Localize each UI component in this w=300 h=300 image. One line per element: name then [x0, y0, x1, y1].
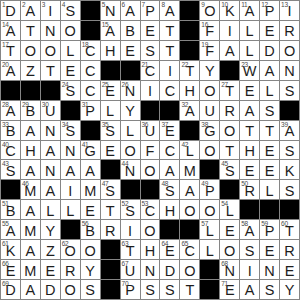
- cell-r2c3[interactable]: N: [41, 21, 61, 41]
- solution-letter: M: [24, 264, 36, 280]
- cell-r10c11[interactable]: 49P: [200, 180, 220, 200]
- clue-number: 36: [142, 121, 149, 128]
- cell-r15c2[interactable]: A: [21, 280, 41, 300]
- cell-r5c7[interactable]: 26N: [121, 81, 141, 101]
- block-cell-r5c1: [1, 81, 21, 101]
- cell-r5c8[interactable]: I: [141, 81, 161, 101]
- cell-r3c13[interactable]: L: [240, 41, 260, 61]
- cell-r12c11[interactable]: 57L: [200, 220, 220, 240]
- cell-r5c13[interactable]: E: [240, 81, 260, 101]
- cell-r14c7[interactable]: 67U: [121, 260, 141, 280]
- cell-r7c2[interactable]: A: [21, 121, 41, 141]
- cell-r10c4[interactable]: I: [61, 180, 81, 200]
- cell-r7c3[interactable]: N: [41, 121, 61, 141]
- cell-r15c5[interactable]: S: [81, 280, 101, 300]
- cell-r3c12[interactable]: A: [220, 41, 240, 61]
- cell-r9c4[interactable]: A: [61, 160, 81, 180]
- cell-r6c6[interactable]: L: [101, 101, 121, 121]
- clue-number: 7: [142, 1, 145, 8]
- cell-r4c13[interactable]: 23W: [240, 61, 260, 81]
- cell-r12c13[interactable]: 58A: [240, 220, 260, 240]
- clue-number: 35: [102, 121, 109, 128]
- clue-number: 53: [142, 200, 149, 207]
- cell-r4c9[interactable]: I: [160, 61, 180, 81]
- cell-r1c7[interactable]: 6A: [121, 1, 141, 21]
- cell-r13c4[interactable]: 62O: [61, 240, 81, 260]
- cell-r10c10[interactable]: A: [180, 180, 200, 200]
- cell-r9c5[interactable]: A: [81, 160, 101, 180]
- solution-letter: N: [105, 4, 115, 20]
- cell-r2c9[interactable]: T: [160, 21, 180, 41]
- cell-r12c6[interactable]: R: [101, 220, 121, 240]
- solution-letter: A: [26, 124, 36, 140]
- cell-r6c13[interactable]: A: [240, 101, 260, 121]
- cell-r14c10[interactable]: O: [180, 260, 200, 280]
- solution-letter: I: [248, 264, 252, 280]
- cell-r15c7[interactable]: 70P: [121, 280, 141, 300]
- clue-number: 31: [82, 101, 89, 108]
- solution-letter: A: [165, 164, 175, 180]
- cell-r13c13[interactable]: S: [240, 240, 260, 260]
- cell-r6c2[interactable]: 29B: [21, 101, 41, 121]
- cell-r10c14[interactable]: L: [260, 180, 280, 200]
- clue-number: 48: [161, 180, 168, 187]
- cell-r3c15[interactable]: O: [280, 41, 300, 61]
- solution-letter: E: [45, 264, 55, 280]
- solution-letter: A: [265, 64, 275, 80]
- clue-number: 69: [2, 280, 9, 287]
- cell-r4c10[interactable]: 22T: [180, 61, 200, 81]
- cell-r13c7[interactable]: 63T: [121, 240, 141, 260]
- cell-r2c14[interactable]: E: [260, 21, 280, 41]
- clue-number: 10: [221, 1, 228, 8]
- solution-letter: H: [185, 84, 195, 100]
- solution-letter: O: [204, 204, 215, 220]
- cell-r3c5[interactable]: 18C: [81, 41, 101, 61]
- cell-r2c12[interactable]: I: [220, 21, 240, 41]
- cell-r6c1[interactable]: 28A: [1, 101, 21, 121]
- clue-number: 12: [261, 1, 268, 8]
- cell-r8c5[interactable]: 41G: [81, 141, 101, 161]
- block-cell-r6c8: [141, 101, 161, 121]
- cell-r13c8[interactable]: H: [141, 240, 161, 260]
- cell-r2c7[interactable]: B: [121, 21, 141, 41]
- cell-r1c11[interactable]: 9O: [200, 1, 220, 21]
- clue-number: 13: [281, 1, 288, 8]
- cell-r6c14[interactable]: S: [260, 101, 280, 121]
- cell-r2c15[interactable]: R: [280, 21, 300, 41]
- cell-r10c3[interactable]: A: [41, 180, 61, 200]
- cell-r8c3[interactable]: A: [41, 141, 61, 161]
- cell-r15c9[interactable]: S: [160, 280, 180, 300]
- cell-r9c15[interactable]: K: [280, 160, 300, 180]
- solution-letter: O: [85, 244, 96, 260]
- solution-letter: A: [185, 184, 195, 200]
- cell-r15c4[interactable]: O: [61, 280, 81, 300]
- cell-r15c13[interactable]: A: [240, 280, 260, 300]
- solution-letter: S: [285, 84, 295, 100]
- cell-r14c12[interactable]: 68N: [220, 260, 240, 280]
- block-cell-r11c14: [260, 200, 280, 220]
- solution-letter: L: [126, 124, 134, 140]
- clue-number: 11: [241, 1, 247, 8]
- clue-number: 52: [122, 200, 129, 207]
- solution-letter: H: [105, 44, 115, 60]
- solution-letter: R: [65, 264, 75, 280]
- cell-r4c11[interactable]: Y: [200, 61, 220, 81]
- cell-r7c12[interactable]: O: [220, 121, 240, 141]
- block-cell-r14c6: [101, 260, 121, 280]
- cell-r5c15[interactable]: S: [280, 81, 300, 101]
- cell-r8c10[interactable]: 42L: [180, 141, 200, 161]
- cell-r14c1[interactable]: 66E: [1, 260, 21, 280]
- cell-r1c14[interactable]: 12P: [260, 1, 280, 21]
- clue-number: 70: [122, 280, 129, 287]
- cell-r8c2[interactable]: H: [21, 141, 41, 161]
- solution-letter: M: [184, 164, 196, 180]
- cell-r11c2[interactable]: A: [21, 200, 41, 220]
- cell-r14c13[interactable]: I: [240, 260, 260, 280]
- cell-r8c15[interactable]: S: [280, 141, 300, 161]
- cell-r14c9[interactable]: D: [160, 260, 180, 280]
- solution-letter: E: [265, 244, 275, 260]
- cell-r6c5[interactable]: 31P: [81, 101, 101, 121]
- cell-r15c8[interactable]: S: [141, 280, 161, 300]
- cell-r12c15[interactable]: 60T: [280, 220, 300, 240]
- cell-r3c1[interactable]: 17T: [1, 41, 21, 61]
- cell-r14c5[interactable]: Y: [81, 260, 101, 280]
- cell-r2c11[interactable]: 16F: [200, 21, 220, 41]
- cell-r4c3[interactable]: T: [41, 61, 61, 81]
- cell-r7c15[interactable]: 39A: [280, 121, 300, 141]
- solution-letter: O: [184, 264, 195, 280]
- cell-r3c3[interactable]: O: [41, 41, 61, 61]
- cell-r11c5[interactable]: E: [81, 200, 101, 220]
- cell-r6c3[interactable]: 30U: [41, 101, 61, 121]
- cell-r1c1[interactable]: 1D: [1, 1, 21, 21]
- cell-r10c5[interactable]: M: [81, 180, 101, 200]
- block-cell-r11c13: [240, 200, 260, 220]
- clue-number: 2: [22, 1, 25, 8]
- clue-number: 3: [42, 1, 45, 8]
- clue-number: 27: [221, 81, 228, 88]
- solution-letter: O: [65, 24, 76, 40]
- cell-r12c14[interactable]: 59P: [260, 220, 280, 240]
- cell-r4c2[interactable]: Z: [21, 61, 41, 81]
- solution-letter: O: [184, 204, 195, 220]
- solution-letter: O: [124, 144, 135, 160]
- cell-r6c11[interactable]: U: [200, 101, 220, 121]
- cell-r11c9[interactable]: H: [160, 200, 180, 220]
- cell-r2c13[interactable]: L: [240, 21, 260, 41]
- solution-letter: B: [125, 24, 135, 40]
- cell-r14c15[interactable]: E: [280, 260, 300, 280]
- solution-letter: O: [284, 44, 295, 60]
- block-cell-r10c8: [141, 180, 161, 200]
- solution-letter: T: [26, 24, 35, 40]
- cell-r13c5[interactable]: O: [81, 240, 101, 260]
- cell-r2c4[interactable]: O: [61, 21, 81, 41]
- cell-r8c9[interactable]: C: [160, 141, 180, 161]
- cell-r5c12[interactable]: 27T: [220, 81, 240, 101]
- cell-r13c3[interactable]: Z: [41, 240, 61, 260]
- cell-r8c7[interactable]: O: [121, 141, 141, 161]
- solution-letter: D: [165, 264, 175, 280]
- cell-r7c11[interactable]: 38G: [200, 121, 220, 141]
- cell-r11c3[interactable]: L: [41, 200, 61, 220]
- cell-r1c3[interactable]: 3I: [41, 1, 61, 21]
- solution-letter: R: [224, 104, 234, 120]
- cell-r5c10[interactable]: H: [180, 81, 200, 101]
- solution-letter: T: [46, 64, 55, 80]
- cell-r12c2[interactable]: M: [21, 220, 41, 240]
- solution-letter: L: [106, 104, 114, 120]
- cell-r15c15[interactable]: Y: [280, 280, 300, 300]
- cell-r13c10[interactable]: 65C: [180, 240, 200, 260]
- solution-letter: L: [246, 44, 254, 60]
- clue-number: 46: [22, 180, 29, 187]
- cell-r13c9[interactable]: 64E: [160, 240, 180, 260]
- cell-r13c11[interactable]: L: [200, 240, 220, 260]
- cell-r3c7[interactable]: E: [121, 41, 141, 61]
- solution-letter: P: [145, 4, 155, 20]
- cell-r2c8[interactable]: E: [141, 21, 161, 41]
- cell-r8c1[interactable]: 40C: [1, 141, 21, 161]
- cell-r7c9[interactable]: 37E: [160, 121, 180, 141]
- cell-r1c13[interactable]: 11A: [240, 1, 260, 21]
- solution-letter: S: [245, 244, 255, 260]
- cell-r4c4[interactable]: E: [61, 61, 81, 81]
- solution-letter: Y: [85, 264, 95, 280]
- solution-letter: O: [45, 44, 56, 60]
- cell-r15c10[interactable]: T: [180, 280, 200, 300]
- solution-letter: L: [66, 44, 74, 60]
- cell-r14c8[interactable]: N: [141, 260, 161, 280]
- cell-r15c14[interactable]: S: [260, 280, 280, 300]
- clue-number: 33: [2, 121, 9, 128]
- solution-letter: D: [5, 4, 15, 20]
- solution-letter: S: [65, 4, 75, 20]
- solution-letter: S: [285, 184, 295, 200]
- cell-r13c15[interactable]: R: [280, 240, 300, 260]
- solution-letter: S: [85, 283, 95, 299]
- solution-letter: E: [265, 24, 275, 40]
- clue-number: 16: [201, 21, 208, 28]
- solution-letter: H: [145, 244, 155, 260]
- cell-r14c14[interactable]: N: [260, 260, 280, 280]
- cell-r3c14[interactable]: D: [260, 41, 280, 61]
- block-cell-r3c10: [180, 41, 200, 61]
- cell-r13c1[interactable]: 61K: [1, 240, 21, 260]
- cell-r4c14[interactable]: A: [260, 61, 280, 81]
- cell-r2c2[interactable]: T: [21, 21, 41, 41]
- cell-r12c3[interactable]: Y: [41, 220, 61, 240]
- block-cell-r5c2: [21, 81, 41, 101]
- clue-number: 32: [181, 101, 188, 108]
- clue-number: 63: [122, 240, 129, 247]
- cell-r11c12[interactable]: 54L: [220, 200, 240, 220]
- cell-r1c4[interactable]: 4S: [61, 1, 81, 21]
- cell-r1c9[interactable]: 8A: [160, 1, 180, 21]
- cell-r11c10[interactable]: O: [180, 200, 200, 220]
- crossword-grid: 1D2A3I4S5N6A7P8A9O10K11A12P13I14ATNO15AB…: [0, 0, 300, 300]
- cell-r6c10[interactable]: 32A: [180, 101, 200, 121]
- cell-r1c2[interactable]: 2A: [21, 1, 41, 21]
- cell-r7c14[interactable]: T: [260, 121, 280, 141]
- cell-r10c9[interactable]: 48S: [160, 180, 180, 200]
- solution-letter: R: [284, 24, 294, 40]
- cell-r12c8[interactable]: O: [141, 220, 161, 240]
- cell-r3c9[interactable]: T: [160, 41, 180, 61]
- cell-r9c7[interactable]: 44N: [121, 160, 141, 180]
- cell-r1c6[interactable]: 5N: [101, 1, 121, 21]
- block-cell-r14c11: [200, 260, 220, 280]
- cell-r5c5[interactable]: C: [81, 81, 101, 101]
- clue-number: 71: [221, 280, 228, 287]
- cell-r10c13[interactable]: 50R: [240, 180, 260, 200]
- cell-r1c12[interactable]: 10K: [220, 1, 240, 21]
- cell-r8c12[interactable]: T: [220, 141, 240, 161]
- cell-r4c8[interactable]: 21C: [141, 61, 161, 81]
- cell-r9c3[interactable]: N: [41, 160, 61, 180]
- solution-letter: A: [165, 4, 175, 20]
- cell-r4c15[interactable]: N: [280, 61, 300, 81]
- block-cell-r13c6: [101, 240, 121, 260]
- solution-letter: S: [145, 283, 155, 299]
- cell-r9c12[interactable]: 45S: [220, 160, 240, 180]
- cell-r13c2[interactable]: A: [21, 240, 41, 260]
- solution-letter: I: [48, 4, 52, 20]
- cell-r5c9[interactable]: C: [160, 81, 180, 101]
- cell-r8c4[interactable]: N: [61, 141, 81, 161]
- cell-r12c5[interactable]: 56B: [81, 220, 101, 240]
- solution-letter: N: [264, 264, 274, 280]
- cell-r2c6[interactable]: 15A: [101, 21, 121, 41]
- cell-r1c15[interactable]: 13I: [280, 1, 300, 21]
- cell-r11c1[interactable]: 51B: [1, 200, 21, 220]
- cell-r9c9[interactable]: A: [160, 160, 180, 180]
- solution-letter: S: [145, 44, 155, 60]
- clue-number: 5: [102, 1, 105, 8]
- solution-letter: D: [264, 44, 274, 60]
- cell-r8c6[interactable]: E: [101, 141, 121, 161]
- cell-r8c14[interactable]: E: [260, 141, 280, 161]
- cell-r5c11[interactable]: O: [200, 81, 220, 101]
- clue-number: 34: [62, 121, 69, 128]
- block-cell-r6c15: [280, 101, 300, 121]
- cell-r8c8[interactable]: F: [141, 141, 161, 161]
- clue-number: 65: [181, 240, 188, 247]
- cell-r15c12[interactable]: 71E: [220, 280, 240, 300]
- cell-r11c8[interactable]: 53C: [141, 200, 161, 220]
- cell-r7c7[interactable]: L: [121, 121, 141, 141]
- block-cell-r1c10: [180, 1, 200, 21]
- cell-r6c12[interactable]: R: [220, 101, 240, 121]
- cell-r9c1[interactable]: 43S: [1, 160, 21, 180]
- clue-number: 25: [102, 81, 109, 88]
- cell-r12c1[interactable]: 55A: [1, 220, 21, 240]
- cell-r14c3[interactable]: E: [41, 260, 61, 280]
- cell-r13c14[interactable]: E: [260, 240, 280, 260]
- cell-r9c13[interactable]: E: [240, 160, 260, 180]
- solution-letter: O: [224, 244, 235, 260]
- cell-r8c11[interactable]: O: [200, 141, 220, 161]
- cell-r6c7[interactable]: Y: [121, 101, 141, 121]
- cell-r7c8[interactable]: 36U: [141, 121, 161, 141]
- solution-letter: Y: [45, 224, 55, 240]
- block-cell-r12c4: [61, 220, 81, 240]
- cell-r1c8[interactable]: 7P: [141, 1, 161, 21]
- cell-r11c6[interactable]: T: [101, 200, 121, 220]
- cell-r7c1[interactable]: 33B: [1, 121, 21, 141]
- block-cell-r6c9: [160, 101, 180, 121]
- solution-letter: N: [45, 24, 55, 40]
- cell-r3c4[interactable]: L: [61, 41, 81, 61]
- solution-letter: E: [105, 144, 115, 160]
- cell-r9c14[interactable]: E: [260, 160, 280, 180]
- clue-number: 41: [82, 141, 89, 148]
- cell-r8c13[interactable]: H: [240, 141, 260, 161]
- cell-r2c1[interactable]: 14A: [1, 21, 21, 41]
- solution-letter: T: [225, 144, 234, 160]
- cell-r4c1[interactable]: 20A: [1, 61, 21, 81]
- cell-r3c2[interactable]: O: [21, 41, 41, 61]
- cell-r5c14[interactable]: L: [260, 81, 280, 101]
- cell-r5c4[interactable]: 24S: [61, 81, 81, 101]
- cell-r11c7[interactable]: 52S: [121, 200, 141, 220]
- solution-letter: T: [245, 124, 254, 140]
- cell-r3c11[interactable]: 19F: [200, 41, 220, 61]
- cell-r9c2[interactable]: A: [21, 160, 41, 180]
- cell-r7c4[interactable]: 34S: [61, 121, 81, 141]
- cell-r14c2[interactable]: M: [21, 260, 41, 280]
- clue-number: 20: [2, 61, 9, 68]
- cell-r5c6[interactable]: 25E: [101, 81, 121, 101]
- clue-number: 19: [201, 41, 208, 48]
- solution-letter: C: [85, 84, 95, 100]
- solution-letter: O: [144, 164, 155, 180]
- cell-r14c4[interactable]: R: [61, 260, 81, 280]
- cell-r10c6[interactable]: 47S: [101, 180, 121, 200]
- cell-r12c7[interactable]: I: [121, 220, 141, 240]
- clue-number: 42: [181, 141, 188, 148]
- cell-r3c6[interactable]: H: [101, 41, 121, 61]
- block-cell-r9c6: [101, 160, 121, 180]
- clue-number: 1: [2, 1, 5, 8]
- cell-r11c11[interactable]: O: [200, 200, 220, 220]
- cell-r3c8[interactable]: S: [141, 41, 161, 61]
- cell-r7c6[interactable]: 35S: [101, 121, 121, 141]
- clue-number: 40: [2, 141, 9, 148]
- cell-r4c5[interactable]: C: [81, 61, 101, 81]
- cell-r7c13[interactable]: T: [240, 121, 260, 141]
- solution-letter: N: [284, 64, 294, 80]
- cell-r9c10[interactable]: M: [180, 160, 200, 180]
- clue-number: 61: [2, 240, 9, 247]
- clue-number: 30: [42, 101, 49, 108]
- cell-r11c4[interactable]: L: [61, 200, 81, 220]
- cell-r13c12[interactable]: O: [220, 240, 240, 260]
- cell-r10c15[interactable]: S: [280, 180, 300, 200]
- cell-r15c1[interactable]: 69D: [1, 280, 21, 300]
- solution-letter: E: [145, 24, 155, 40]
- cell-r9c8[interactable]: O: [141, 160, 161, 180]
- cell-r10c2[interactable]: 46M: [21, 180, 41, 200]
- cell-r12c12[interactable]: E: [220, 220, 240, 240]
- solution-letter: U: [205, 104, 215, 120]
- cell-r15c3[interactable]: D: [41, 280, 61, 300]
- solution-letter: A: [65, 164, 75, 180]
